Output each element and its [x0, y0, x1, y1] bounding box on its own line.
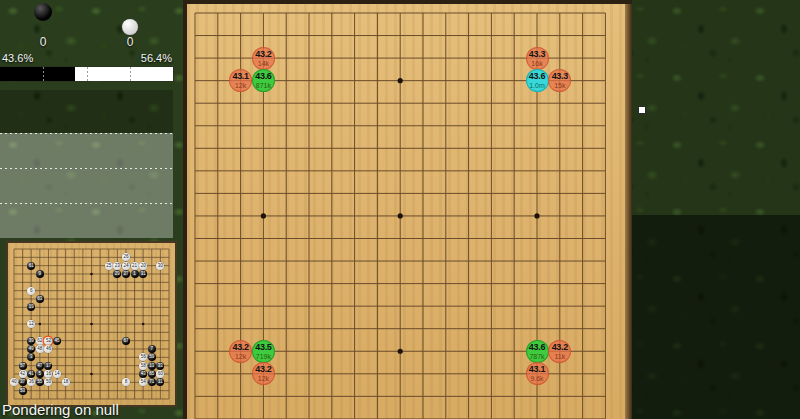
stone-move-number: 36	[29, 378, 34, 386]
stone-white-F4: 14	[53, 370, 61, 378]
stone-black-B3: 37	[19, 378, 27, 386]
stone-move-number: 48	[37, 345, 42, 353]
stone-move-number: 45	[55, 337, 60, 345]
analysis-visits: 871k	[256, 82, 271, 89]
stone-black-D16: 9	[36, 270, 44, 278]
winrate-tick-25	[43, 67, 44, 81]
stone-white-D7: 48	[36, 345, 44, 353]
stone-move-number: 56	[141, 353, 146, 361]
analysis-visits: 12k	[235, 353, 246, 360]
stone-black-D13: 63	[36, 295, 44, 303]
analysis-winrate: 43.2	[255, 365, 271, 374]
white-winrate-label: 56.4%	[0, 52, 172, 64]
stone-move-number: 59	[149, 353, 154, 361]
stone-black-D4: 5	[36, 370, 44, 378]
graph-upper-band	[0, 90, 173, 133]
black-capture-count: 0	[23, 35, 63, 49]
stone-black-F8: 45	[53, 337, 61, 345]
stone-black-C8: 39	[27, 337, 35, 345]
stone-white-O17: 24	[122, 262, 130, 270]
analysis-move-Q4[interactable]: 43.6787k	[526, 340, 549, 363]
analysis-move-D16[interactable]: 43.6871k	[252, 69, 275, 92]
analysis-winrate: 43.2	[552, 343, 568, 352]
hedge-background: { "game": "go", "app": "go-analysis-gui"…	[0, 0, 800, 419]
stone-white-D8: 62	[36, 337, 44, 345]
stone-move-number: 19	[29, 303, 34, 311]
analysis-visits: 719k	[256, 353, 271, 360]
stone-move-number: 49	[29, 345, 34, 353]
stone-move-number: 43	[141, 370, 146, 378]
analysis-winrate: 43.1	[529, 365, 545, 374]
stone-white-P17: 21	[131, 262, 139, 270]
stone-move-number: 60	[158, 370, 163, 378]
stone-move-number: 18	[63, 378, 68, 386]
stone-move-number: 9	[39, 270, 42, 278]
stone-move-number: 25	[106, 262, 111, 270]
stone-move-number: 42	[20, 370, 25, 378]
white-stone-icon	[122, 19, 138, 35]
stone-move-number: 46	[46, 345, 51, 353]
hedge-right-upper	[632, 0, 800, 215]
stone-move-number: 53	[20, 387, 25, 395]
status-text: Pondering on null	[2, 401, 119, 418]
analysis-move-D17[interactable]: 43.214k	[252, 47, 275, 70]
stone-move-number: 52	[46, 337, 51, 345]
graph-gridline-50	[0, 168, 173, 169]
stone-white-N17: 23	[113, 262, 121, 270]
graph-gridline-75	[0, 133, 173, 134]
stone-black-D5: 47	[36, 362, 44, 370]
analysis-move-Q17[interactable]: 43.316k	[526, 47, 549, 70]
analysis-visits: 1.0m	[529, 82, 545, 89]
black-stone-icon	[34, 3, 52, 21]
analysis-winrate: 43.3	[529, 50, 545, 59]
winrate-bar	[0, 67, 173, 81]
main-board[interactable]: 43.214k43.112k43.6871k43.316k43.61.0m43.…	[183, 0, 632, 419]
stone-black-P16: 1	[131, 270, 139, 278]
stone-move-number: 37	[20, 378, 25, 386]
analysis-winrate: 43.2	[255, 50, 271, 59]
analysis-move-Q3[interactable]: 43.19.6k	[526, 362, 549, 385]
stone-move-number: 40	[11, 378, 16, 386]
stone-move-number: 39	[29, 337, 34, 345]
analysis-visits: 14k	[258, 60, 269, 67]
stone-black-R5: 13	[148, 362, 156, 370]
stone-move-number: 57	[20, 362, 25, 370]
stone-move-number: 23	[115, 262, 120, 270]
analysis-visits: 787k	[529, 353, 544, 360]
stone-move-number: 11	[158, 378, 163, 386]
stone-move-number: 50	[46, 378, 51, 386]
analysis-visits: 11k	[554, 353, 565, 360]
stone-move-number: 7	[151, 345, 154, 353]
stone-move-number: 17	[46, 362, 51, 370]
stone-move-number: 16	[46, 370, 51, 378]
stone-black-O16: 27	[122, 270, 130, 278]
stone-move-number: 29	[115, 270, 120, 278]
white-square-marker	[638, 106, 646, 114]
stone-move-number: 13	[149, 362, 154, 370]
stone-move-number: 54	[141, 378, 146, 386]
analysis-winrate: 43.3	[552, 72, 568, 81]
stone-move-number: 65	[149, 370, 154, 378]
stone-move-number: 27	[123, 270, 128, 278]
analysis-visits: 15k	[554, 82, 565, 89]
stone-move-number: 30	[158, 262, 163, 270]
analysis-move-Q16[interactable]: 43.61.0m	[526, 69, 549, 92]
stone-black-B5: 57	[19, 362, 27, 370]
stone-move-number: 61	[29, 262, 34, 270]
analysis-visits: 12k	[258, 375, 269, 382]
stone-move-number: 3	[30, 353, 33, 361]
stone-move-number: 31	[141, 270, 146, 278]
stone-black-B2: 53	[19, 387, 27, 395]
analysis-visits: 9.6k	[530, 375, 543, 382]
analysis-winrate: 43.6	[255, 72, 271, 81]
stone-move-number: 12	[29, 320, 34, 328]
stone-white-Q5: 58	[139, 362, 147, 370]
analysis-move-D4[interactable]: 43.5719k	[252, 340, 275, 363]
graph-plot-area	[0, 133, 173, 238]
stone-black-R4: 65	[148, 370, 156, 378]
stone-move-number: 5	[39, 370, 42, 378]
winrate-tick-50	[87, 67, 88, 81]
board-side-edge	[625, 4, 632, 419]
stone-white-B4: 42	[19, 370, 27, 378]
winrate-tick-75	[130, 67, 131, 81]
analysis-winrate: 43.2	[232, 343, 248, 352]
analysis-move-C4[interactable]: 43.212k	[229, 340, 252, 363]
stone-move-number: 55	[37, 378, 42, 386]
stone-move-number: 21	[132, 262, 137, 270]
stone-move-number: 63	[37, 295, 42, 303]
analysis-visits: 16k	[531, 60, 542, 67]
analysis-winrate: 43.5	[255, 343, 271, 352]
stone-white-Q17: 20	[139, 262, 147, 270]
white-capture-count: 0	[110, 35, 150, 49]
stone-black-O8: 67	[122, 337, 130, 345]
stone-move-number: 1	[133, 270, 136, 278]
winrate-bar-black-fill	[0, 67, 75, 81]
stone-move-number: 67	[123, 337, 128, 345]
stone-move-number: 20	[141, 262, 146, 270]
stone-white-C14: 6	[27, 287, 35, 295]
board-surface[interactable]: 43.214k43.112k43.6871k43.316k43.61.0m43.…	[187, 4, 625, 419]
stone-black-R7: 7	[148, 345, 156, 353]
stone-move-number: 14	[55, 370, 60, 378]
winrate-graph-panel[interactable]	[0, 90, 173, 238]
stone-move-number: 26	[123, 253, 128, 261]
analysis-visits: 12k	[235, 82, 246, 89]
stone-move-number: 33	[158, 362, 163, 370]
analysis-winrate: 43.1	[232, 72, 248, 81]
hedge-right-dark	[632, 215, 800, 419]
stone-move-number: 62	[37, 337, 42, 345]
stone-move-number: 8	[125, 378, 128, 386]
analysis-move-R4[interactable]: 43.211k	[548, 340, 571, 363]
stone-move-number: 58	[141, 362, 146, 370]
stone-black-C17: 61	[27, 262, 35, 270]
stone-move-number: 6	[30, 287, 33, 295]
graph-gridline-25	[0, 203, 173, 204]
stone-move-number: 24	[123, 262, 128, 270]
stone-white-M17: 25	[105, 262, 113, 270]
mini-board[interactable]: 6196631912262523242120302927131396252454…	[6, 241, 177, 407]
stone-move-number: 41	[29, 370, 34, 378]
stone-white-G3: 18	[62, 378, 70, 386]
analysis-winrate: 43.6	[529, 343, 545, 352]
stone-move-number: 71	[149, 378, 154, 386]
analysis-winrate: 43.6	[529, 72, 545, 81]
stone-move-number: 47	[37, 362, 42, 370]
